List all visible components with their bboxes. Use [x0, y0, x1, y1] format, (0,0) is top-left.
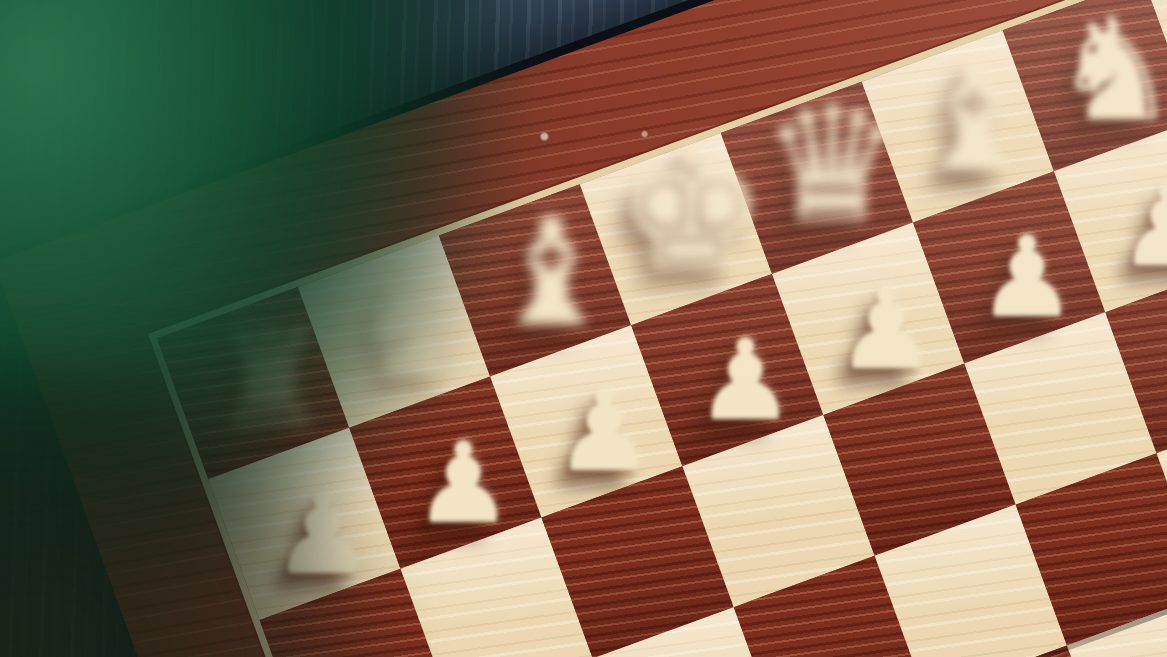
white-pawn-b2: ♟ [1093, 170, 1167, 282]
white-knight-g1: ♞ [335, 256, 485, 398]
white-pawn-e2: ♟ [670, 324, 820, 436]
white-king-e1: ♚ [616, 127, 766, 295]
white-pawn-g2: ♟ [388, 427, 538, 539]
white-queen-d1: ♛ [757, 86, 907, 244]
white-bishop-f1: ♝ [476, 199, 626, 347]
white-pawn-d2: ♟ [811, 273, 961, 385]
white-bishop-c1: ♝ [899, 45, 1049, 193]
white-pawn-c2: ♟ [952, 221, 1102, 333]
white-pawn-f2: ♟ [529, 375, 679, 487]
chess-photo-scene: ♜♞♝♚♛♝♞♜♟♟♟♟♟♟♟♟ [0, 0, 1167, 657]
white-rook-h1: ♜ [195, 311, 345, 449]
white-pawn-h2: ♟ [247, 478, 397, 590]
white-knight-b1: ♞ [1040, 0, 1167, 141]
